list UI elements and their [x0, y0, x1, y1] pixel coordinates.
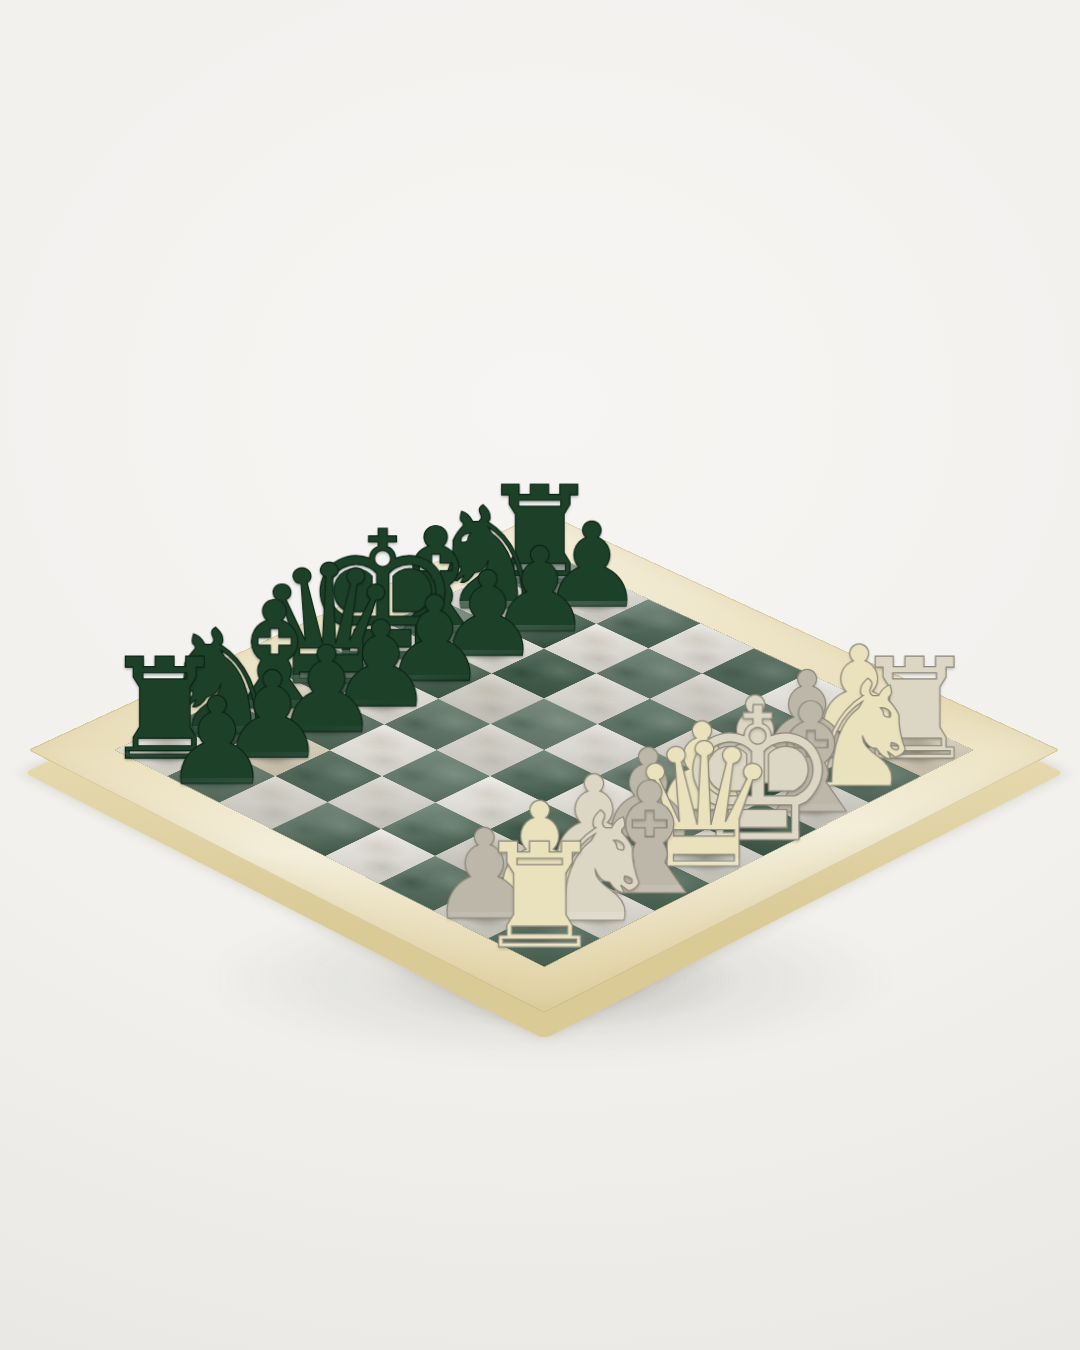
pawn-icon: ♟ [162, 682, 270, 803]
square-a1[interactable]: ♜ [489, 911, 600, 967]
studio-scene: ♜♟♟♜♞♟♟♞♝♟♟♝♚♟♟♚♛♟♟♛♝♟♟♝♞♟♟♞♜♟♟♜ [0, 0, 1080, 1350]
